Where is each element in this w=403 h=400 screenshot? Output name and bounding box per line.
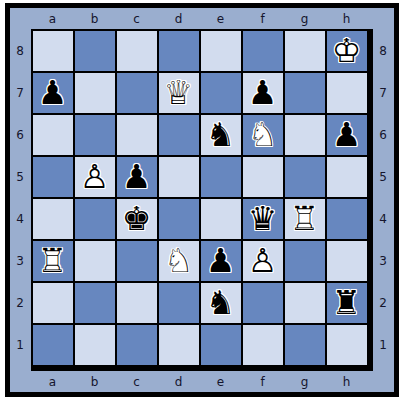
square-a2[interactable] <box>33 283 73 323</box>
square-b7[interactable] <box>75 73 115 113</box>
black-pawn: ♟ <box>201 241 241 281</box>
square-e5[interactable] <box>201 157 241 197</box>
square-b8[interactable] <box>75 31 115 71</box>
square-a5[interactable] <box>33 157 73 197</box>
square-b1[interactable] <box>75 325 115 365</box>
square-b6[interactable] <box>75 115 115 155</box>
board-frame: abcdefgh 87654321 ♚♔♟♛♕♟♞♞♘♟♟♙♟♚♛♜♖♜♖♞♘♟… <box>10 8 394 392</box>
white-knight: ♞♘ <box>243 115 283 155</box>
square-g3[interactable] <box>285 241 325 281</box>
square-a8[interactable] <box>33 31 73 71</box>
square-d2[interactable] <box>159 283 199 323</box>
square-h1[interactable] <box>327 325 367 365</box>
square-b2[interactable] <box>75 283 115 323</box>
square-e3[interactable]: ♟ <box>201 241 241 281</box>
square-g7[interactable] <box>285 73 325 113</box>
square-f7[interactable]: ♟ <box>243 73 283 113</box>
file-label-g: g <box>301 376 309 388</box>
white-queen-outline: ♕ <box>159 73 199 113</box>
file-label-h: h <box>343 376 351 388</box>
black-knight-glyph: ♞ <box>201 115 241 155</box>
square-d5[interactable] <box>159 157 199 197</box>
rank-label-3: 3 <box>379 255 387 267</box>
black-pawn: ♟ <box>117 157 157 197</box>
file-label-c: c <box>133 376 140 388</box>
square-c6[interactable] <box>117 115 157 155</box>
square-g2[interactable] <box>285 283 325 323</box>
square-b3[interactable] <box>75 241 115 281</box>
square-h7[interactable] <box>327 73 367 113</box>
square-e7[interactable] <box>201 73 241 113</box>
file-label-e: e <box>217 13 224 25</box>
white-pawn: ♟♙ <box>75 157 115 197</box>
file-label-b: b <box>91 13 99 25</box>
frame-corner-top-left <box>10 8 31 29</box>
rank-label-7: 7 <box>379 87 387 99</box>
file-label-a: a <box>49 13 56 25</box>
rank-label-1: 1 <box>379 339 387 351</box>
rank-label-4: 4 <box>16 213 24 225</box>
black-queen-glyph: ♛ <box>243 199 283 239</box>
white-pawn: ♟♙ <box>243 241 283 281</box>
square-g1[interactable] <box>285 325 325 365</box>
square-a6[interactable] <box>33 115 73 155</box>
file-label-b: b <box>91 376 99 388</box>
square-d1[interactable] <box>159 325 199 365</box>
square-f3[interactable]: ♟♙ <box>243 241 283 281</box>
square-g6[interactable] <box>285 115 325 155</box>
white-queen: ♛♕ <box>159 73 199 113</box>
rank-label-8: 8 <box>16 45 24 57</box>
black-king: ♚ <box>117 199 157 239</box>
square-a3[interactable]: ♜♖ <box>33 241 73 281</box>
file-labels-bottom: abcdefgh <box>31 371 373 392</box>
rank-label-4: 4 <box>379 213 387 225</box>
rank-label-5: 5 <box>379 171 387 183</box>
black-knight: ♞ <box>201 115 241 155</box>
rank-label-5: 5 <box>16 171 24 183</box>
square-h4[interactable] <box>327 199 367 239</box>
rank-labels-right: 87654321 <box>373 29 394 371</box>
file-labels-top: abcdefgh <box>31 8 373 29</box>
square-c8[interactable] <box>117 31 157 71</box>
file-label-g: g <box>301 13 309 25</box>
black-pawn-glyph: ♟ <box>327 115 367 155</box>
black-pawn: ♟ <box>243 73 283 113</box>
square-e4[interactable] <box>201 199 241 239</box>
rank-label-6: 6 <box>379 129 387 141</box>
square-e8[interactable] <box>201 31 241 71</box>
square-f8[interactable] <box>243 31 283 71</box>
rank-label-1: 1 <box>16 339 24 351</box>
rank-label-8: 8 <box>379 45 387 57</box>
square-c3[interactable] <box>117 241 157 281</box>
square-e1[interactable] <box>201 325 241 365</box>
white-knight: ♞♘ <box>159 241 199 281</box>
black-pawn-glyph: ♟ <box>201 241 241 281</box>
frame-corner-top-right <box>373 8 394 29</box>
white-knight-outline: ♘ <box>159 241 199 281</box>
square-g8[interactable] <box>285 31 325 71</box>
frame-corner-bottom-left <box>10 371 31 392</box>
square-e6[interactable]: ♞ <box>201 115 241 155</box>
file-label-e: e <box>217 376 224 388</box>
file-label-f: f <box>260 13 264 25</box>
white-king: ♚♔ <box>327 31 367 71</box>
square-d3[interactable]: ♞♘ <box>159 241 199 281</box>
square-f6[interactable]: ♞♘ <box>243 115 283 155</box>
square-c2[interactable] <box>117 283 157 323</box>
black-pawn-glyph: ♟ <box>33 73 73 113</box>
black-rook: ♜ <box>327 283 367 323</box>
white-rook: ♜♖ <box>33 241 73 281</box>
file-label-d: d <box>175 13 183 25</box>
square-a1[interactable] <box>33 325 73 365</box>
square-d7[interactable]: ♛♕ <box>159 73 199 113</box>
square-f4[interactable]: ♛ <box>243 199 283 239</box>
white-pawn-outline: ♙ <box>243 241 283 281</box>
black-pawn-glyph: ♟ <box>243 73 283 113</box>
square-f1[interactable] <box>243 325 283 365</box>
square-c5[interactable]: ♟ <box>117 157 157 197</box>
square-a7[interactable]: ♟ <box>33 73 73 113</box>
square-h8[interactable]: ♚♔ <box>327 31 367 71</box>
white-rook-outline: ♖ <box>285 199 325 239</box>
rank-label-2: 2 <box>16 297 24 309</box>
file-label-d: d <box>175 376 183 388</box>
rank-label-3: 3 <box>16 255 24 267</box>
square-f2[interactable] <box>243 283 283 323</box>
white-rook: ♜♖ <box>285 199 325 239</box>
white-knight-outline: ♘ <box>243 115 283 155</box>
black-pawn: ♟ <box>33 73 73 113</box>
frame-corner-bottom-right <box>373 371 394 392</box>
file-label-h: h <box>343 13 351 25</box>
white-rook-outline: ♖ <box>33 241 73 281</box>
rank-labels-left: 87654321 <box>10 29 31 371</box>
square-e2[interactable]: ♞ <box>201 283 241 323</box>
rank-label-7: 7 <box>16 87 24 99</box>
square-d6[interactable] <box>159 115 199 155</box>
square-b4[interactable] <box>75 199 115 239</box>
page-background: abcdefgh 87654321 ♚♔♟♛♕♟♞♞♘♟♟♙♟♚♛♜♖♜♖♞♘♟… <box>0 0 403 400</box>
square-d8[interactable] <box>159 31 199 71</box>
square-h2[interactable]: ♜ <box>327 283 367 323</box>
black-king-glyph: ♚ <box>117 199 157 239</box>
black-pawn-glyph: ♟ <box>117 157 157 197</box>
square-c4[interactable]: ♚ <box>117 199 157 239</box>
black-pawn: ♟ <box>327 115 367 155</box>
square-h6[interactable]: ♟ <box>327 115 367 155</box>
square-g4[interactable]: ♜♖ <box>285 199 325 239</box>
square-g5[interactable] <box>285 157 325 197</box>
square-f5[interactable] <box>243 157 283 197</box>
white-king-outline: ♔ <box>327 31 367 71</box>
rank-label-2: 2 <box>379 297 387 309</box>
square-c1[interactable] <box>117 325 157 365</box>
file-label-f: f <box>260 376 264 388</box>
white-pawn-outline: ♙ <box>75 157 115 197</box>
file-label-c: c <box>133 13 140 25</box>
black-knight: ♞ <box>201 283 241 323</box>
square-b5[interactable]: ♟♙ <box>75 157 115 197</box>
black-knight-glyph: ♞ <box>201 283 241 323</box>
chess-board: ♚♔♟♛♕♟♞♞♘♟♟♙♟♚♛♜♖♜♖♞♘♟♟♙♞♜ <box>31 29 373 371</box>
square-h3[interactable] <box>327 241 367 281</box>
square-c7[interactable] <box>117 73 157 113</box>
file-label-a: a <box>49 376 56 388</box>
board-border: abcdefgh 87654321 ♚♔♟♛♕♟♞♞♘♟♟♙♟♚♛♜♖♜♖♞♘♟… <box>5 3 399 397</box>
square-h5[interactable] <box>327 157 367 197</box>
rank-label-6: 6 <box>16 129 24 141</box>
square-d4[interactable] <box>159 199 199 239</box>
black-rook-glyph: ♜ <box>327 283 367 323</box>
black-queen: ♛ <box>243 199 283 239</box>
square-a4[interactable] <box>33 199 73 239</box>
